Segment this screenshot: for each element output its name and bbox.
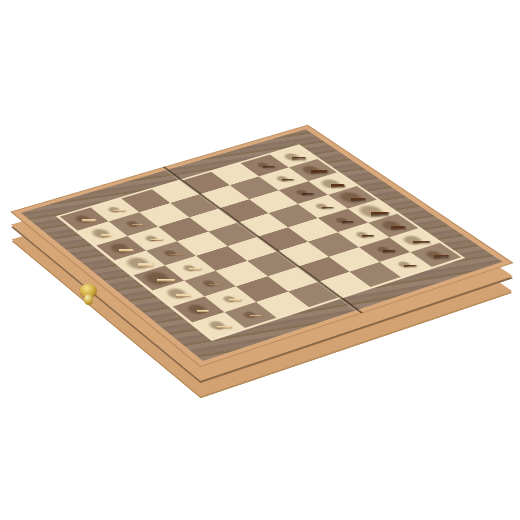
product-photo-scene: ♜♞♝♛♚♝♞♜♟♟♟♟♟♟♟♟♟♟♟♟♟♟♟♟♜♞♝♛♚♝♞♜ xyxy=(0,0,520,520)
board-top-face: ♜♞♝♛♚♝♞♜♟♟♟♟♟♟♟♟♟♟♟♟♟♟♟♟♜♞♝♛♚♝♞♜ xyxy=(10,125,514,367)
square-h1: ♜ xyxy=(192,312,245,339)
brass-clasp xyxy=(80,284,97,305)
chess-board: ♜♞♝♛♚♝♞♜♟♟♟♟♟♟♟♟♟♟♟♟♟♟♟♟♜♞♝♛♚♝♞♜ xyxy=(10,125,514,367)
walnut-frame: ♜♞♝♛♚♝♞♜♟♟♟♟♟♟♟♟♟♟♟♟♟♟♟♟♜♞♝♛♚♝♞♜ xyxy=(21,129,502,361)
square-h7: ♟ xyxy=(380,252,431,277)
clasp-knob xyxy=(84,294,93,305)
